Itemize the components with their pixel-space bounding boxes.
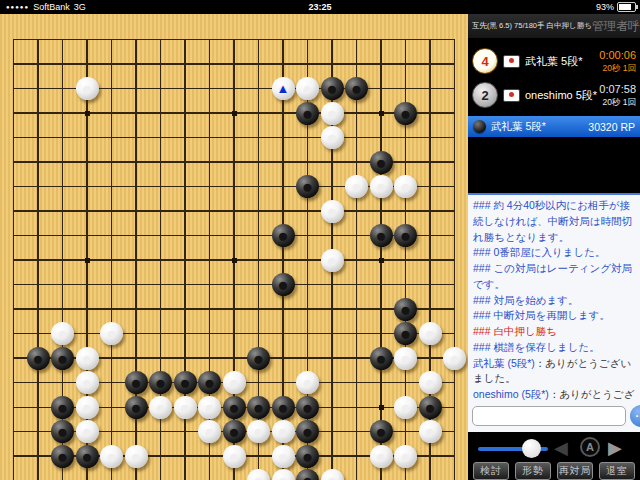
white-stone: ● (370, 175, 393, 198)
admin-call-button[interactable]: 管理者呼出 (592, 18, 640, 35)
chat-message: ### 棋譜を保存しました。 (473, 340, 635, 356)
white-stone: ● (272, 420, 295, 443)
black-stone: ● (272, 396, 295, 419)
black-stone: ● (296, 175, 319, 198)
black-stone: ● (419, 396, 442, 419)
chat-message: ### 対局を始めます。 (473, 293, 635, 309)
next-move-button[interactable]: ▶ (608, 436, 622, 460)
black-stone: ● (51, 445, 74, 468)
chat-send-button[interactable]: ··· (630, 405, 640, 427)
white-stone: ● (76, 77, 99, 100)
black-stone: ● (76, 445, 99, 468)
rating-bar: 武礼葉 5段* 30320 RP (468, 116, 640, 137)
black-stone: ● (394, 322, 417, 345)
rating-player-name: 武礼葉 5段* (491, 120, 546, 134)
black-stone: ● (125, 371, 148, 394)
white-stone: ● (76, 396, 99, 419)
white-stone: ● (321, 249, 344, 272)
rating-points-label: 30320 RP (588, 121, 640, 133)
black-stone: ● (296, 445, 319, 468)
black-stone: ● (370, 151, 393, 174)
white-stone: ● (321, 102, 344, 125)
black-stone: ● (27, 347, 50, 370)
black-stone: ● (272, 273, 295, 296)
black-stone: ● (296, 396, 319, 419)
black-stone: ● (247, 396, 270, 419)
black-stone: ● (149, 371, 172, 394)
game-header-bar: 互先(黒 6.5) 75/180手 白中押し勝ち 管理者呼出 (468, 14, 640, 39)
white-stone: ● (296, 77, 319, 100)
clock-label: 23:25 (308, 2, 331, 12)
white-stone: ● (174, 396, 197, 419)
player-name-black: 武礼葉 5段* (525, 54, 582, 69)
white-stone: ● (76, 371, 99, 394)
white-stone: ● (419, 371, 442, 394)
chat-message: ### この対局はレーティング対局です。 (473, 261, 635, 293)
white-stone: ● (443, 347, 466, 370)
white-stone: ● (394, 175, 417, 198)
black-stone: ● (394, 298, 417, 321)
rematch-button[interactable]: 再対局 (557, 462, 593, 480)
white-stone: ● (100, 445, 123, 468)
chat-input[interactable] (472, 406, 626, 426)
chat-message-author: 武礼葉 (5段*) (473, 357, 535, 369)
game-info-label: 互先(黒 6.5) 75/180手 白中押し勝ち (468, 21, 592, 31)
leave-room-button[interactable]: 退室 (599, 462, 635, 480)
white-stone: ● (394, 445, 417, 468)
black-stone: ● (223, 420, 246, 443)
black-stone: ● (296, 102, 319, 125)
white-stone: ● (198, 420, 221, 443)
black-stone: ● (345, 77, 368, 100)
captures-badge-white: 2 (472, 82, 498, 108)
chat-message-author: oneshimo (5段*) (473, 388, 549, 400)
chat-message: ### 中断対局を再開します。 (473, 308, 635, 324)
auto-play-button[interactable]: A (580, 437, 600, 457)
black-stone: ● (370, 224, 393, 247)
black-stone: ● (247, 347, 270, 370)
black-stone: ● (51, 347, 74, 370)
white-stone: ● (321, 469, 344, 480)
player-name-white: oneshimo 5段* (525, 88, 597, 103)
white-stone: ● (321, 126, 344, 149)
action-buttons: 検討 形勢 再対局 退室 (468, 462, 640, 480)
black-stone: ● (174, 371, 197, 394)
side-panel: 互先(黒 6.5) 75/180手 白中押し勝ち 管理者呼出 4 武礼葉 5段*… (468, 14, 640, 480)
black-stone: ● (51, 420, 74, 443)
white-stone: ● (51, 322, 74, 345)
chat-messages[interactable]: ### 約 4分40秒以内にお相手が接続しなければ、中断対局は時間切れ勝ちとなり… (468, 195, 640, 400)
white-stone: ● (296, 371, 319, 394)
battery-icon (617, 2, 636, 12)
last-move-marker: ▲ (272, 77, 295, 99)
white-stone: ● (76, 347, 99, 370)
white-stone: ● (345, 175, 368, 198)
prev-move-button[interactable]: ◀ (554, 436, 568, 460)
battery-percent-label: 93% (596, 2, 614, 12)
black-stone: ● (394, 224, 417, 247)
white-stone: ●▲ (272, 77, 295, 100)
white-stone: ● (272, 445, 295, 468)
white-stone: ● (100, 322, 123, 345)
japan-flag-icon (503, 89, 520, 102)
white-stone: ● (247, 469, 270, 480)
white-stone: ● (321, 200, 344, 223)
white-stone: ● (247, 420, 270, 443)
go-board[interactable]: ●●▲●●●●●●●●●●●●●●●●●●●●●●●●●●●●●●●●●●●●●… (0, 14, 468, 480)
estimate-button[interactable]: 形勢 (515, 462, 551, 480)
chat-message: oneshimo (5段*)：ありがとうございました。 (473, 387, 635, 400)
black-stone: ● (51, 396, 74, 419)
white-stone: ● (223, 371, 246, 394)
white-stone: ● (370, 445, 393, 468)
review-button[interactable]: 検討 (473, 462, 509, 480)
chat-panel: ### 約 4分40秒以内にお相手が接続しなければ、中断対局は時間切れ勝ちとなり… (468, 193, 640, 432)
black-stone-icon (473, 120, 486, 133)
white-stone: ● (149, 396, 172, 419)
white-stone: ● (394, 396, 417, 419)
player-row-white: 2 oneshimo 5段* 0:07:58 20秒 1回 (468, 80, 640, 110)
player-byoyomi-black: 20秒 1回 (599, 63, 636, 74)
app-screen: ●●●●● SoftBank 3G 23:25 93% ●●▲●●●●●●●●●… (0, 0, 640, 480)
white-stone: ● (272, 469, 295, 480)
black-stone: ● (394, 102, 417, 125)
captures-badge-black: 4 (472, 48, 498, 74)
black-stone: ● (125, 396, 148, 419)
black-stone: ● (321, 77, 344, 100)
white-stone: ● (76, 420, 99, 443)
replay-controls: ◀ A ▶ (468, 435, 640, 461)
white-stone: ● (125, 445, 148, 468)
black-stone: ● (370, 420, 393, 443)
move-slider-knob[interactable] (522, 439, 541, 458)
chat-message: 武礼葉 (5段*)：ありがとうございました。 (473, 356, 635, 388)
black-stone: ● (296, 469, 319, 480)
player-time-white: 0:07:58 (599, 83, 636, 97)
chat-message: ### 約 4分40秒以内にお相手が接続しなければ、中断対局は時間切れ勝ちとなり… (473, 198, 635, 245)
black-stone: ● (198, 371, 221, 394)
chat-message: ### 0番部屋に入りました。 (473, 245, 635, 261)
black-stone: ● (370, 347, 393, 370)
white-stone: ● (223, 445, 246, 468)
white-stone: ● (394, 347, 417, 370)
white-stone: ● (419, 420, 442, 443)
player-time-black: 0:00:06 (599, 49, 636, 63)
black-stone: ● (272, 224, 295, 247)
black-stone: ● (296, 420, 319, 443)
chat-message: ### 白中押し勝ち (473, 324, 635, 340)
player-row-black: 4 武礼葉 5段* 0:00:06 20秒 1回 (468, 46, 640, 76)
black-stone: ● (223, 396, 246, 419)
status-bar: ●●●●● SoftBank 3G 23:25 93% (0, 0, 640, 14)
player-byoyomi-white: 20秒 1回 (599, 97, 636, 108)
chat-input-row: ··· (472, 405, 636, 427)
board-grid[interactable]: ●●▲●●●●●●●●●●●●●●●●●●●●●●●●●●●●●●●●●●●●●… (1, 27, 467, 480)
white-stone: ● (419, 322, 442, 345)
japan-flag-icon (503, 55, 520, 68)
white-stone: ● (198, 396, 221, 419)
